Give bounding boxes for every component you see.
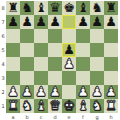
square-d1[interactable]: ♛ [48, 99, 62, 113]
square-e6[interactable] [62, 29, 76, 43]
piece-white-rook[interactable]: ♜ [6, 99, 20, 113]
square-f8[interactable]: ♝ [76, 1, 90, 15]
piece-white-pawn[interactable]: ♟ [104, 85, 118, 99]
file-label-c: c [34, 113, 48, 120]
square-f3[interactable] [76, 71, 90, 85]
square-e8[interactable]: ♚ [62, 1, 76, 15]
piece-black-knight[interactable]: ♞ [90, 1, 104, 15]
square-d2[interactable]: ♟ [48, 85, 62, 99]
square-a1[interactable]: ♜ [6, 99, 20, 113]
square-e4[interactable]: ♟ [62, 57, 76, 71]
square-d4[interactable] [48, 57, 62, 71]
file-label-h: h [104, 113, 118, 120]
square-b2[interactable]: ♟ [20, 85, 34, 99]
piece-black-rook[interactable]: ♜ [6, 1, 20, 15]
square-e3[interactable] [62, 71, 76, 85]
piece-white-pawn[interactable]: ♟ [48, 85, 62, 99]
piece-black-knight[interactable]: ♞ [20, 1, 34, 15]
piece-white-pawn[interactable]: ♟ [20, 85, 34, 99]
square-b4[interactable] [20, 57, 34, 71]
square-e1[interactable]: ♚ [62, 99, 76, 113]
square-g7[interactable]: ♟ [90, 15, 104, 29]
square-a3[interactable] [6, 71, 20, 85]
square-d8[interactable]: ♛ [48, 1, 62, 15]
piece-white-pawn[interactable]: ♟ [34, 85, 48, 99]
square-b1[interactable]: ♞ [20, 99, 34, 113]
square-e2[interactable] [62, 85, 76, 99]
piece-black-pawn[interactable]: ♟ [104, 15, 118, 29]
square-h7[interactable]: ♟ [104, 15, 118, 29]
file-label-f: f [76, 113, 90, 120]
piece-black-pawn[interactable]: ♟ [48, 15, 62, 29]
square-c3[interactable] [34, 71, 48, 85]
piece-white-pawn[interactable]: ♟ [90, 85, 104, 99]
square-h8[interactable]: ♜ [104, 1, 118, 15]
chess-board[interactable]: ♜♞♝♛♚♝♞♜♟♟♟♟♟♟♟♟♟♟♟♟♟♟♟♟♜♞♝♛♚♝♞♜ [6, 1, 118, 113]
square-h6[interactable] [104, 29, 118, 43]
square-g2[interactable]: ♟ [90, 85, 104, 99]
piece-white-knight[interactable]: ♞ [20, 99, 34, 113]
square-c4[interactable] [34, 57, 48, 71]
piece-white-pawn[interactable]: ♟ [76, 85, 90, 99]
square-d3[interactable] [48, 71, 62, 85]
piece-black-pawn[interactable]: ♟ [90, 15, 104, 29]
square-a7[interactable]: ♟ [6, 15, 20, 29]
piece-white-queen[interactable]: ♛ [48, 99, 62, 113]
file-label-d: d [48, 113, 62, 120]
square-a6[interactable] [6, 29, 20, 43]
square-d6[interactable] [48, 29, 62, 43]
piece-white-pawn[interactable]: ♟ [6, 85, 20, 99]
file-label-g: g [90, 113, 104, 120]
piece-white-rook[interactable]: ♜ [104, 99, 118, 113]
square-f7[interactable]: ♟ [76, 15, 90, 29]
square-d5[interactable] [48, 43, 62, 57]
piece-white-pawn[interactable]: ♟ [62, 57, 76, 71]
square-h2[interactable]: ♟ [104, 85, 118, 99]
piece-black-rook[interactable]: ♜ [104, 1, 118, 15]
square-a5[interactable] [6, 43, 20, 57]
piece-white-knight[interactable]: ♞ [90, 99, 104, 113]
piece-black-pawn[interactable]: ♟ [34, 15, 48, 29]
piece-black-king[interactable]: ♚ [62, 1, 76, 15]
square-b8[interactable]: ♞ [20, 1, 34, 15]
file-label-e: e [62, 113, 76, 120]
square-a8[interactable]: ♜ [6, 1, 20, 15]
square-c6[interactable] [34, 29, 48, 43]
square-c2[interactable]: ♟ [34, 85, 48, 99]
square-b6[interactable] [20, 29, 34, 43]
square-e7[interactable] [62, 15, 76, 29]
square-a4[interactable] [6, 57, 20, 71]
file-label-b: b [20, 113, 34, 120]
square-g5[interactable] [90, 43, 104, 57]
square-f2[interactable]: ♟ [76, 85, 90, 99]
square-h5[interactable] [104, 43, 118, 57]
square-b7[interactable]: ♟ [20, 15, 34, 29]
piece-black-pawn[interactable]: ♟ [6, 15, 20, 29]
piece-black-pawn[interactable]: ♟ [76, 15, 90, 29]
square-h1[interactable]: ♜ [104, 99, 118, 113]
square-f4[interactable] [76, 57, 90, 71]
file-labels: abcdefgh [6, 113, 118, 120]
chess-board-page: 87654321 ♜♞♝♛♚♝♞♜♟♟♟♟♟♟♟♟♟♟♟♟♟♟♟♟♜♞♝♛♚♝♞… [0, 0, 120, 120]
square-g8[interactable]: ♞ [90, 1, 104, 15]
square-c8[interactable]: ♝ [34, 1, 48, 15]
piece-white-bishop[interactable]: ♝ [76, 99, 90, 113]
square-f5[interactable] [76, 43, 90, 57]
piece-black-bishop[interactable]: ♝ [34, 1, 48, 15]
square-g3[interactable] [90, 71, 104, 85]
square-c7[interactable]: ♟ [34, 15, 48, 29]
square-b3[interactable] [20, 71, 34, 85]
square-h4[interactable] [104, 57, 118, 71]
square-g6[interactable] [90, 29, 104, 43]
square-b5[interactable] [20, 43, 34, 57]
square-c1[interactable]: ♝ [34, 99, 48, 113]
piece-black-pawn[interactable]: ♟ [20, 15, 34, 29]
file-label-a: a [6, 113, 20, 120]
piece-black-bishop[interactable]: ♝ [76, 1, 90, 15]
piece-white-king[interactable]: ♚ [62, 99, 76, 113]
square-f1[interactable]: ♝ [76, 99, 90, 113]
square-a2[interactable]: ♟ [6, 85, 20, 99]
piece-black-queen[interactable]: ♛ [48, 1, 62, 15]
square-e5[interactable]: ♟ [62, 43, 76, 57]
square-f6[interactable] [76, 29, 90, 43]
piece-black-pawn[interactable]: ♟ [62, 43, 76, 57]
square-d7[interactable]: ♟ [48, 15, 62, 29]
square-g4[interactable] [90, 57, 104, 71]
piece-white-bishop[interactable]: ♝ [34, 99, 48, 113]
square-c5[interactable] [34, 43, 48, 57]
square-g1[interactable]: ♞ [90, 99, 104, 113]
square-h3[interactable] [104, 71, 118, 85]
